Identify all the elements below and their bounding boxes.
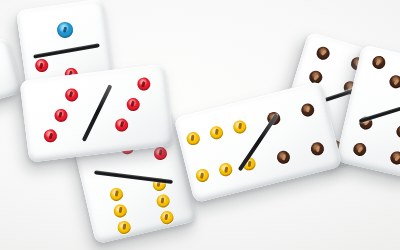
brown-pip bbox=[371, 55, 387, 71]
brown-pip bbox=[315, 45, 331, 61]
pip-dimple bbox=[191, 135, 195, 141]
red-pip bbox=[64, 87, 78, 101]
red-pip bbox=[153, 146, 169, 162]
pip-dimple bbox=[69, 91, 74, 98]
pip-dimple bbox=[224, 166, 228, 172]
yellow-pip bbox=[218, 162, 234, 178]
yellow-pip bbox=[185, 130, 201, 146]
red-pip bbox=[125, 97, 139, 111]
pip-dimple bbox=[58, 111, 63, 118]
domino-edge-sliver[interactable] bbox=[0, 37, 23, 106]
brown-pip bbox=[300, 102, 316, 118]
yellow-pip bbox=[113, 203, 129, 219]
pip-dimple bbox=[48, 132, 53, 139]
pip-dimple bbox=[120, 121, 125, 128]
pip-dimple bbox=[320, 49, 326, 55]
pip-dimple bbox=[200, 172, 204, 178]
pip-dimple bbox=[165, 214, 169, 220]
yellow-pip bbox=[159, 210, 175, 226]
half-3-red bbox=[92, 63, 174, 153]
red-pip bbox=[53, 108, 67, 122]
pip-dimple bbox=[114, 190, 118, 196]
pip-dimple bbox=[376, 59, 382, 66]
domino-photo-scene bbox=[0, 0, 400, 250]
yellow-pip bbox=[209, 125, 225, 141]
pip-dimple bbox=[161, 197, 165, 203]
brown-pip bbox=[388, 74, 400, 90]
brown-pip bbox=[395, 123, 400, 139]
pip-dimple bbox=[247, 161, 251, 167]
pip-dimple bbox=[238, 123, 242, 129]
brown-pip bbox=[352, 142, 368, 158]
pip-dimple bbox=[62, 26, 67, 33]
yellow-pip bbox=[194, 168, 210, 184]
red-pip bbox=[115, 118, 129, 132]
pip-dimple bbox=[394, 155, 400, 162]
pip-dimple bbox=[306, 106, 310, 112]
pip-dimple bbox=[118, 207, 122, 213]
pip-dimple bbox=[158, 150, 162, 156]
pip-dimple bbox=[130, 101, 135, 108]
domino-board bbox=[0, 0, 400, 250]
pip-dimple bbox=[122, 224, 126, 230]
pip-dimple bbox=[214, 129, 218, 135]
half-3-red bbox=[20, 72, 102, 162]
brown-pip bbox=[389, 150, 400, 166]
red-pip bbox=[136, 77, 150, 91]
pip-dimple bbox=[316, 145, 320, 151]
blue-pip bbox=[56, 21, 74, 39]
brown-pip bbox=[310, 141, 326, 157]
pip-dimple bbox=[357, 146, 363, 153]
pip-dimple bbox=[313, 74, 319, 80]
pip-dimple bbox=[393, 79, 399, 86]
yellow-pip bbox=[109, 186, 125, 202]
brown-pip bbox=[276, 149, 292, 165]
pip-dimple bbox=[39, 62, 44, 69]
yellow-pip bbox=[116, 219, 132, 235]
red-pip bbox=[34, 58, 49, 73]
yellow-pip bbox=[155, 193, 171, 209]
red-pip bbox=[43, 129, 57, 143]
domino-tile-6-4[interactable] bbox=[174, 81, 343, 203]
half-4-brown bbox=[336, 103, 400, 180]
pip-dimple bbox=[141, 81, 146, 88]
pip-dimple bbox=[282, 154, 286, 160]
yellow-pip bbox=[232, 119, 248, 135]
